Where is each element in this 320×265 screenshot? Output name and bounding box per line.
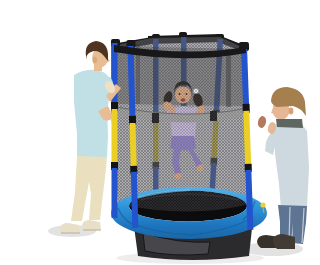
boy-ear (289, 108, 294, 115)
boy-shoe-back (273, 234, 295, 249)
man-sandal-left (60, 223, 80, 234)
net-seam-right (226, 49, 231, 107)
man-ear (93, 57, 97, 63)
boy-collar (276, 119, 303, 128)
man-hand-lower (102, 112, 113, 121)
man-sandal-right (82, 220, 101, 231)
pad-tie (260, 202, 265, 207)
trampoline-product-photo (40, 16, 320, 265)
